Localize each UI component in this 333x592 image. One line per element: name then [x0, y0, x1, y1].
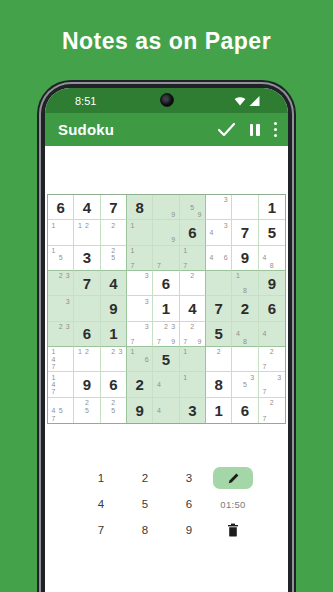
note-digit: 5	[110, 406, 117, 414]
cell-r7c6[interactable]: 1	[180, 347, 206, 372]
status-bar: 8:51	[45, 88, 288, 113]
pencil-notes: 3	[50, 297, 71, 319]
cell-r8c9[interactable]: 37	[259, 372, 285, 397]
note-digit: 3	[170, 323, 177, 330]
digit: 3	[180, 398, 205, 423]
phone-mockup: 8:51 Sudoku 6478959311122196347515325177…	[37, 80, 296, 592]
note-digit: 5	[189, 203, 196, 210]
note-digit: 4	[261, 254, 268, 261]
cell-r2c9[interactable]: 5	[259, 220, 285, 245]
numpad-key-3[interactable]: 3	[186, 472, 192, 484]
pencil-notes: 23	[103, 348, 124, 370]
pencil-notes: 25	[103, 247, 124, 269]
note-digit: 9	[196, 338, 203, 345]
numpad-key-4[interactable]: 4	[98, 498, 104, 510]
digit: 6	[48, 195, 73, 219]
numpad: 12345601:50789	[79, 465, 255, 543]
cell-r4c6[interactable]: 2	[180, 271, 206, 296]
note-digit: 1	[50, 348, 57, 355]
cell-r6c3[interactable]: 1	[101, 322, 127, 347]
pencil-notes: 279	[182, 323, 203, 345]
digit: 5	[259, 220, 285, 244]
cell-r5c6[interactable]: 4	[180, 296, 206, 321]
digit: 9	[127, 398, 152, 423]
numpad-key-2[interactable]: 2	[142, 472, 148, 484]
cell-r4c3[interactable]: 4	[101, 271, 127, 296]
cell-r8c2[interactable]: 9	[74, 372, 100, 397]
cell-r8c4[interactable]: 2	[127, 372, 153, 397]
pencil-notes: 48	[234, 323, 255, 345]
note-digit: 1	[76, 221, 83, 228]
digit: 4	[101, 271, 126, 295]
pencil-notes: 2379	[155, 323, 176, 345]
pencil-notes: 25	[76, 399, 97, 422]
note-digit: 8	[241, 287, 248, 294]
cell-r5c8[interactable]: 2	[232, 296, 258, 321]
pencil-notes: 16	[129, 348, 150, 370]
numpad-key-6[interactable]: 6	[186, 498, 192, 510]
note-digit: 7	[50, 363, 57, 370]
note-digit: 3	[276, 373, 283, 380]
cell-r9c1[interactable]: 457	[48, 398, 74, 423]
note-digit: 8	[241, 338, 248, 345]
cell-r1c7[interactable]: 3	[206, 195, 232, 220]
cell-r3c1[interactable]: 15	[48, 246, 74, 271]
phone-frame: 8:51 Sudoku 6478959311122196347515325177…	[41, 84, 292, 592]
cell-r8c6[interactable]: 1	[180, 372, 206, 397]
note-digit: 7	[182, 262, 189, 269]
digit: 9	[74, 372, 99, 396]
note-digit: 7	[182, 338, 189, 345]
pencil-notes: 37	[129, 323, 150, 345]
cell-r2c5[interactable]: 9	[153, 220, 179, 245]
digit: 6	[232, 398, 257, 423]
cell-r3c6[interactable]: 17	[180, 246, 206, 271]
note-digit: 7	[50, 414, 57, 422]
cell-r4c5[interactable]: 6	[153, 271, 179, 296]
pencil-notes: 1	[182, 373, 203, 395]
cell-r4c8[interactable]: 18	[232, 271, 258, 296]
check-button[interactable]	[217, 122, 236, 137]
cell-r1c2[interactable]: 4	[74, 195, 100, 220]
cell-r1c8[interactable]	[232, 195, 258, 220]
cell-r1c9[interactable]: 1	[259, 195, 285, 220]
cell-r5c7[interactable]: 7	[206, 296, 232, 321]
cell-r6c1[interactable]: 23	[48, 322, 74, 347]
note-digit: 3	[117, 348, 124, 355]
cell-r9c9[interactable]: 27	[259, 398, 285, 423]
notes-toggle-button[interactable]	[213, 467, 253, 489]
wifi-icon	[234, 96, 246, 106]
pencil-notes: 147	[50, 348, 71, 370]
note-digit: 7	[129, 338, 136, 345]
app-bar: Sudoku	[45, 113, 288, 146]
note-digit: 3	[143, 323, 150, 330]
note-digit: 2	[110, 221, 117, 228]
pencil-notes: 9	[155, 221, 176, 243]
note-digit: 7	[261, 414, 268, 422]
overflow-menu-icon	[274, 122, 278, 126]
digit: 9	[101, 296, 126, 320]
pencil-notes: 457	[50, 399, 71, 422]
cell-r4c1[interactable]: 23	[48, 271, 74, 296]
digit: 2	[127, 372, 152, 396]
cell-r8c1[interactable]: 147	[48, 372, 74, 397]
phone-screen: 8:51 Sudoku 6478959311122196347515325177…	[45, 88, 288, 592]
note-digit: 5	[57, 254, 64, 261]
pencil-notes: 9	[155, 196, 176, 218]
cell-r7c8[interactable]	[232, 347, 258, 372]
cell-r2c1[interactable]: 1	[48, 220, 74, 245]
note-digit: 7	[155, 338, 162, 345]
note-digit: 2	[110, 247, 117, 254]
cell-r6c7[interactable]: 5	[206, 322, 232, 347]
digit: 6	[259, 296, 285, 320]
digit: 5	[153, 347, 178, 371]
cell-r2c4[interactable]: 1	[127, 220, 153, 245]
cell-r8c8[interactable]: 35	[232, 372, 258, 397]
note-digit: 2	[110, 399, 117, 407]
cell-r2c2[interactable]: 12	[74, 220, 100, 245]
pencil-notes: 147	[50, 373, 71, 395]
note-digit: 3	[222, 196, 229, 203]
note-digit: 7	[129, 262, 136, 269]
note-digit: 3	[249, 373, 256, 380]
digit: 1	[259, 195, 285, 219]
digit: 6	[180, 220, 205, 244]
note-digit: 2	[162, 323, 169, 330]
cell-r5c3[interactable]: 9	[101, 296, 127, 321]
digit: 8	[127, 195, 152, 219]
note-digit: 4	[155, 406, 162, 414]
signal-icon	[249, 96, 260, 106]
pencil-notes: 2	[182, 272, 203, 294]
cell-r1c1[interactable]: 6	[48, 195, 74, 220]
cell-r9c5[interactable]: 4	[153, 398, 179, 423]
digit: 5	[206, 322, 231, 346]
note-digit: 4	[208, 229, 215, 236]
pencil-notes: 1	[129, 221, 150, 243]
cell-r3c7[interactable]: 46	[206, 246, 232, 271]
note-digit: 2	[268, 399, 275, 407]
digit: 1	[101, 322, 126, 346]
note-digit: 4	[234, 330, 241, 337]
note-digit: 3	[64, 323, 71, 330]
cell-r5c4[interactable]: 3	[127, 296, 153, 321]
note-digit: 1	[76, 348, 83, 355]
numpad-key-5[interactable]: 5	[142, 498, 148, 510]
cell-r9c8[interactable]: 6	[232, 398, 258, 423]
cell-r6c9[interactable]: 4	[259, 322, 285, 347]
pencil-notes: 4	[155, 399, 176, 422]
note-digit: 8	[268, 262, 275, 269]
cell-r7c3[interactable]: 23	[101, 347, 127, 372]
note-digit: 4	[261, 330, 268, 337]
cell-r9c4[interactable]: 9	[127, 398, 153, 423]
note-digit: 1	[50, 247, 57, 254]
note-digit: 5	[241, 381, 248, 388]
cell-r7c2[interactable]: 12	[74, 347, 100, 372]
note-digit: 9	[170, 338, 177, 345]
cell-r7c1[interactable]: 147	[48, 347, 74, 372]
cell-r5c5[interactable]: 1	[153, 296, 179, 321]
numpad-key-7[interactable]: 7	[98, 524, 104, 536]
pencil-notes: 23	[50, 323, 71, 345]
camera-punch-hole	[160, 93, 174, 107]
cell-r6c6[interactable]: 279	[180, 322, 206, 347]
pencil-notes: 27	[261, 348, 283, 370]
digit: 7	[101, 195, 126, 219]
digit: 4	[180, 296, 205, 320]
clock: 8:51	[75, 95, 96, 107]
note-digit: 2	[268, 348, 275, 355]
note-digit: 3	[143, 272, 150, 279]
note-digit: 4	[155, 381, 162, 388]
cell-r9c3[interactable]: 25	[101, 398, 127, 423]
note-digit: 3	[64, 272, 71, 279]
cell-r4c2[interactable]: 7	[74, 271, 100, 296]
note-digit: 2	[83, 399, 90, 407]
note-digit: 1	[129, 348, 136, 355]
note-digit: 1	[234, 272, 241, 279]
note-digit: 2	[83, 348, 90, 355]
cell-r2c8[interactable]: 7	[232, 220, 258, 245]
cell-r1c4[interactable]: 8	[127, 195, 153, 220]
digit: 8	[206, 372, 231, 396]
digit: 7	[74, 271, 99, 295]
pencil-notes: 37	[261, 373, 283, 395]
cell-r8c7[interactable]: 8	[206, 372, 232, 397]
pencil-notes: 34	[208, 221, 229, 243]
digit: 2	[232, 296, 257, 320]
cell-r4c4[interactable]: 3	[127, 271, 153, 296]
note-digit: 9	[170, 211, 177, 218]
pencil-notes: 17	[182, 247, 203, 269]
cell-r3c2[interactable]: 3	[74, 246, 100, 271]
cell-r7c5[interactable]: 5	[153, 347, 179, 372]
cell-r8c3[interactable]: 6	[101, 372, 127, 397]
note-digit: 9	[196, 211, 203, 218]
digit: 7	[206, 296, 231, 320]
note-digit: 3	[64, 297, 71, 304]
pencil-notes: 2	[208, 348, 229, 370]
cell-r6c2[interactable]: 6	[74, 322, 100, 347]
note-digit: 2	[57, 323, 64, 330]
note-digit: 1	[182, 247, 189, 254]
note-digit: 4	[50, 355, 57, 362]
note-digit: 7	[261, 363, 268, 370]
note-digit: 4	[50, 406, 57, 414]
digit: 1	[153, 296, 178, 320]
cell-r7c4[interactable]: 16	[127, 347, 153, 372]
pencil-notes: 35	[234, 373, 255, 395]
cell-r3c4[interactable]: 17	[127, 246, 153, 271]
cell-r3c8[interactable]: 9	[232, 246, 258, 271]
timer: 01:50	[220, 499, 245, 510]
digit: 6	[101, 372, 126, 396]
note-digit: 2	[189, 323, 196, 330]
cell-r9c2[interactable]: 25	[74, 398, 100, 423]
pause-icon	[250, 124, 254, 136]
pencil-notes: 1	[182, 348, 203, 370]
note-digit: 7	[261, 388, 268, 395]
note-digit: 9	[170, 236, 177, 243]
note-digit: 6	[143, 355, 150, 362]
cell-r7c9[interactable]: 27	[259, 347, 285, 372]
note-digit: 3	[143, 297, 150, 304]
pencil-notes: 15	[50, 247, 71, 269]
numpad-key-8[interactable]: 8	[142, 524, 148, 536]
cell-r3c9[interactable]: 48	[259, 246, 285, 271]
cell-r4c9[interactable]: 9	[259, 271, 285, 296]
sudoku-board: 6478959311122196347515325177174694823743…	[47, 194, 286, 424]
digit: 6	[74, 322, 99, 346]
check-icon	[217, 122, 236, 137]
pencil-notes: 2	[103, 221, 124, 243]
digit: 1	[206, 398, 231, 423]
pause-button[interactable]	[250, 124, 260, 136]
board-area: 6478959311122196347515325177174694823743…	[45, 146, 288, 424]
banner-title: Notes as on Paper	[0, 28, 333, 55]
digit: 9	[232, 246, 257, 270]
pencil-notes: 18	[234, 272, 255, 294]
pencil-notes: 23	[50, 272, 71, 294]
cell-r1c5[interactable]: 9	[153, 195, 179, 220]
note-digit: 1	[50, 221, 57, 228]
pencil-notes: 17	[129, 247, 150, 269]
note-digit: 6	[222, 254, 229, 261]
note-digit: 4	[50, 381, 57, 388]
note-digit: 2	[57, 272, 64, 279]
note-digit: 2	[215, 348, 222, 355]
digit: 6	[153, 271, 178, 295]
note-digit: 1	[129, 247, 136, 254]
pencil-notes: 7	[155, 247, 176, 269]
trash-icon	[227, 523, 239, 537]
cell-r6c5[interactable]: 2379	[153, 322, 179, 347]
cell-r2c7[interactable]: 34	[206, 220, 232, 245]
cell-r3c5[interactable]: 7	[153, 246, 179, 271]
pencil-notes: 4	[261, 323, 283, 345]
cell-r9c6[interactable]: 3	[180, 398, 206, 423]
pencil-notes: 25	[103, 399, 124, 422]
pencil-icon	[227, 472, 240, 485]
note-digit: 5	[57, 406, 64, 414]
cell-r5c1[interactable]: 3	[48, 296, 74, 321]
cell-r1c6[interactable]: 59	[180, 195, 206, 220]
menu-button[interactable]	[274, 122, 278, 138]
pencil-notes: 48	[261, 247, 283, 269]
cell-r2c6[interactable]: 6	[180, 220, 206, 245]
delete-button[interactable]	[227, 523, 239, 537]
pencil-notes: 1	[50, 221, 71, 243]
cell-r8c5[interactable]: 4	[153, 372, 179, 397]
digit: 3	[74, 246, 99, 270]
note-digit: 1	[182, 373, 189, 380]
note-digit: 3	[222, 221, 229, 228]
note-digit: 1	[182, 348, 189, 355]
cell-r6c8[interactable]: 48	[232, 322, 258, 347]
cell-r2c3[interactable]: 2	[101, 220, 127, 245]
pencil-notes: 3	[129, 272, 150, 294]
digit: 9	[259, 271, 285, 295]
pencil-notes: 27	[261, 399, 283, 422]
note-digit: 7	[50, 388, 57, 395]
cell-r3c3[interactable]: 25	[101, 246, 127, 271]
numpad-key-1[interactable]: 1	[98, 472, 104, 484]
note-digit: 1	[129, 221, 136, 228]
numpad-key-9[interactable]: 9	[186, 524, 192, 536]
note-digit: 2	[189, 272, 196, 279]
pencil-notes: 12	[76, 221, 97, 243]
cell-r6c4[interactable]: 37	[127, 322, 153, 347]
app-title: Sudoku	[58, 121, 114, 138]
note-digit: 5	[83, 406, 90, 414]
digit: 4	[74, 195, 99, 219]
digit: 7	[232, 220, 257, 244]
pencil-notes: 3	[129, 297, 150, 319]
note-digit: 2	[83, 221, 90, 228]
note-digit: 7	[155, 262, 162, 269]
cell-r7c7[interactable]: 2	[206, 347, 232, 372]
phone-bezel: 8:51 Sudoku 6478959311122196347515325177…	[39, 82, 294, 592]
cell-r9c7[interactable]: 1	[206, 398, 232, 423]
pencil-notes: 4	[155, 373, 176, 395]
note-digit: 2	[110, 348, 117, 355]
note-digit: 5	[110, 254, 117, 261]
cell-r5c9[interactable]: 6	[259, 296, 285, 321]
cell-r5c2[interactable]	[74, 296, 100, 321]
note-digit: 4	[208, 254, 215, 261]
pencil-notes: 3	[208, 196, 229, 218]
note-digit: 1	[50, 373, 57, 380]
pencil-notes: 12	[76, 348, 97, 370]
cell-r4c7[interactable]	[206, 271, 232, 296]
pencil-notes: 59	[182, 196, 203, 218]
cell-r1c3[interactable]: 7	[101, 195, 127, 220]
pencil-notes: 46	[208, 247, 229, 269]
